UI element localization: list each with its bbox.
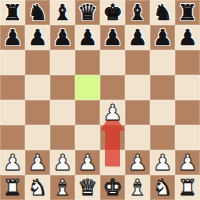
square-b3[interactable] [25, 125, 50, 150]
square-e1[interactable]: ♚ [100, 175, 125, 200]
square-b2[interactable]: ♟ [25, 150, 50, 175]
square-g7[interactable]: ♟ [150, 25, 175, 50]
white-pawn-b2[interactable]: ♟ [28, 150, 48, 175]
square-a8[interactable]: ♜ [0, 0, 25, 25]
square-f1[interactable]: ♝ [125, 175, 150, 200]
square-e5[interactable] [100, 75, 125, 100]
square-h1[interactable]: ♜ [175, 175, 200, 200]
square-a4[interactable] [0, 100, 25, 125]
square-d1[interactable]: ♛ [75, 175, 100, 200]
black-pawn-f7[interactable]: ♟ [128, 25, 148, 50]
square-c8[interactable]: ♝ [50, 0, 75, 25]
white-king-e1[interactable]: ♚ [103, 175, 123, 200]
square-f5[interactable] [125, 75, 150, 100]
black-bishop-c8[interactable]: ♝ [53, 0, 73, 25]
square-c3[interactable] [50, 125, 75, 150]
square-g3[interactable] [150, 125, 175, 150]
white-pawn-c2[interactable]: ♟ [53, 150, 73, 175]
square-b7[interactable]: ♟ [25, 25, 50, 50]
square-f4[interactable] [125, 100, 150, 125]
square-b8[interactable]: ♞ [25, 0, 50, 25]
square-c4[interactable] [50, 100, 75, 125]
square-d2[interactable]: ♟ [75, 150, 100, 175]
square-d6[interactable] [75, 50, 100, 75]
square-b5[interactable] [25, 75, 50, 100]
square-f8[interactable]: ♝ [125, 0, 150, 25]
black-pawn-c7[interactable]: ♟ [53, 25, 73, 50]
square-a7[interactable]: ♟ [0, 25, 25, 50]
white-queen-d1[interactable]: ♛ [78, 175, 98, 200]
black-pawn-a7[interactable]: ♟ [3, 25, 23, 50]
black-rook-a8[interactable]: ♜ [3, 0, 23, 25]
white-knight-g1[interactable]: ♞ [153, 175, 173, 200]
square-c2[interactable]: ♟ [50, 150, 75, 175]
square-d5[interactable] [75, 75, 100, 100]
white-bishop-f1[interactable]: ♝ [128, 175, 148, 200]
white-pawn-g2[interactable]: ♟ [153, 150, 173, 175]
white-pawn-h2[interactable]: ♟ [178, 150, 198, 175]
square-f2[interactable]: ♟ [125, 150, 150, 175]
square-c1[interactable]: ♝ [50, 175, 75, 200]
square-g8[interactable]: ♞ [150, 0, 175, 25]
square-d3[interactable] [75, 125, 100, 150]
square-e2[interactable] [100, 150, 125, 175]
white-rook-a1[interactable]: ♜ [3, 175, 23, 200]
square-h6[interactable] [175, 50, 200, 75]
square-g4[interactable] [150, 100, 175, 125]
square-h2[interactable]: ♟ [175, 150, 200, 175]
chess-board-container: ♜♞♝♛♚♝♞♜♟♟♟♟♟♟♟♟♟♟♟♟♟♟♟♟♜♞♝♛♚♝♞♜ [0, 0, 200, 200]
square-h7[interactable]: ♟ [175, 25, 200, 50]
white-pawn-e4[interactable]: ♟ [103, 100, 123, 125]
square-g2[interactable]: ♟ [150, 150, 175, 175]
square-b1[interactable]: ♞ [25, 175, 50, 200]
square-c5[interactable] [50, 75, 75, 100]
square-e3[interactable] [100, 125, 125, 150]
chess-board: ♜♞♝♛♚♝♞♜♟♟♟♟♟♟♟♟♟♟♟♟♟♟♟♟♜♞♝♛♚♝♞♜ [0, 0, 200, 200]
black-rook-h8[interactable]: ♜ [178, 0, 198, 25]
black-queen-d8[interactable]: ♛ [78, 0, 98, 25]
black-knight-g8[interactable]: ♞ [153, 0, 173, 25]
square-h8[interactable]: ♜ [175, 0, 200, 25]
black-bishop-f8[interactable]: ♝ [128, 0, 148, 25]
black-pawn-g7[interactable]: ♟ [153, 25, 173, 50]
black-pawn-d7[interactable]: ♟ [78, 25, 98, 50]
black-knight-b8[interactable]: ♞ [28, 0, 48, 25]
square-h4[interactable] [175, 100, 200, 125]
square-a1[interactable]: ♜ [0, 175, 25, 200]
square-f7[interactable]: ♟ [125, 25, 150, 50]
square-e8[interactable]: ♚ [100, 0, 125, 25]
square-c7[interactable]: ♟ [50, 25, 75, 50]
square-e6[interactable] [100, 50, 125, 75]
square-g6[interactable] [150, 50, 175, 75]
square-c6[interactable] [50, 50, 75, 75]
square-a3[interactable] [0, 125, 25, 150]
square-a5[interactable] [0, 75, 25, 100]
square-e7[interactable]: ♟ [100, 25, 125, 50]
square-f3[interactable] [125, 125, 150, 150]
square-a2[interactable]: ♟ [0, 150, 25, 175]
black-pawn-e7[interactable]: ♟ [103, 25, 123, 50]
white-pawn-f2[interactable]: ♟ [128, 150, 148, 175]
square-h3[interactable] [175, 125, 200, 150]
square-d8[interactable]: ♛ [75, 0, 100, 25]
white-bishop-c1[interactable]: ♝ [53, 175, 73, 200]
square-e4[interactable]: ♟ [100, 100, 125, 125]
black-pawn-b7[interactable]: ♟ [28, 25, 48, 50]
square-b6[interactable] [25, 50, 50, 75]
black-king-e8[interactable]: ♚ [103, 0, 123, 25]
square-d7[interactable]: ♟ [75, 25, 100, 50]
square-b4[interactable] [25, 100, 50, 125]
white-pawn-d2[interactable]: ♟ [78, 150, 98, 175]
black-pawn-h7[interactable]: ♟ [178, 25, 198, 50]
square-d4[interactable] [75, 100, 100, 125]
square-h5[interactable] [175, 75, 200, 100]
white-pawn-a2[interactable]: ♟ [3, 150, 23, 175]
square-a6[interactable] [0, 50, 25, 75]
white-rook-h1[interactable]: ♜ [178, 175, 198, 200]
square-f6[interactable] [125, 50, 150, 75]
square-g1[interactable]: ♞ [150, 175, 175, 200]
square-g5[interactable] [150, 75, 175, 100]
white-knight-b1[interactable]: ♞ [28, 175, 48, 200]
